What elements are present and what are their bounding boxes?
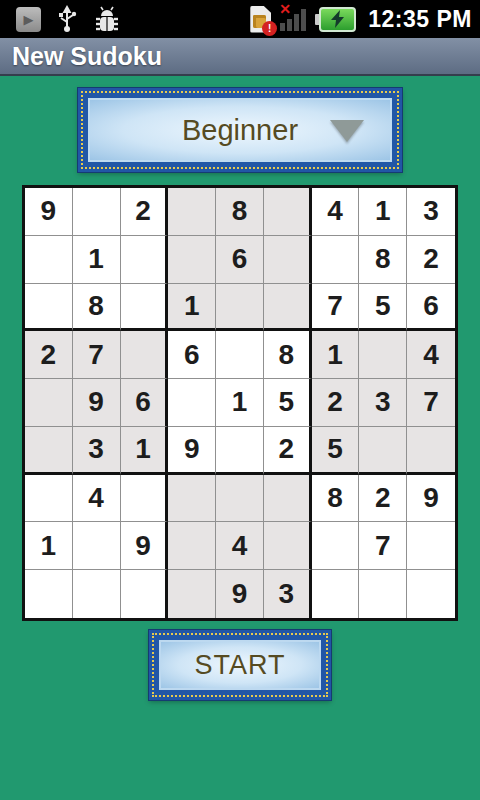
sudoku-cell-r4c4: 6: [168, 331, 216, 379]
sudoku-cell-r7c7: 8: [312, 475, 360, 523]
sudoku-cell-r8c1: 1: [25, 522, 73, 570]
sudoku-cell-r3c2: 8: [73, 284, 121, 332]
start-button[interactable]: START: [149, 630, 331, 700]
sudoku-cell-r2c4: [168, 236, 216, 284]
title-bar: New Sudoku: [0, 38, 480, 76]
sudoku-cell-r9c9: [407, 570, 455, 618]
clock-time: 12:35 PM: [368, 6, 472, 33]
sudoku-cell-r7c8: 2: [359, 475, 407, 523]
sudoku-cell-r1c9: 3: [407, 188, 455, 236]
sudoku-cell-r7c4: [168, 475, 216, 523]
sudoku-cell-r7c1: [25, 475, 73, 523]
sudoku-cell-r9c6: 3: [264, 570, 312, 618]
sudoku-cell-r3c3: [121, 284, 169, 332]
sudoku-cell-r4c6: 8: [264, 331, 312, 379]
sudoku-cell-r3c1: [25, 284, 73, 332]
sudoku-cell-r6c7: 5: [312, 427, 360, 475]
page-title: New Sudoku: [12, 42, 162, 71]
start-button-face[interactable]: START: [159, 640, 321, 690]
status-bar: ▶: [0, 0, 480, 38]
sudoku-cell-r1c3: 2: [121, 188, 169, 236]
sudoku-cell-r2c9: 2: [407, 236, 455, 284]
sudoku-cell-r9c5: 9: [216, 570, 264, 618]
sudoku-cell-r7c5: [216, 475, 264, 523]
sudoku-cell-r8c4: [168, 522, 216, 570]
difficulty-selected-value: Beginner: [182, 114, 298, 147]
difficulty-dropdown[interactable]: Beginner: [78, 88, 402, 172]
sudoku-cell-r5c2: 9: [73, 379, 121, 427]
sudoku-cell-r9c4: [168, 570, 216, 618]
sudoku-board: 9284131682817562768149615237319254829194…: [22, 185, 458, 621]
sudoku-cell-r9c3: [121, 570, 169, 618]
sudoku-cell-r2c2: 1: [73, 236, 121, 284]
sudoku-cell-r4c5: [216, 331, 264, 379]
battery-charging-icon: [315, 7, 356, 32]
usb-icon: [57, 5, 77, 33]
sudoku-cell-r3c8: 5: [359, 284, 407, 332]
sudoku-cell-r2c1: [25, 236, 73, 284]
sudoku-cell-r1c5: 8: [216, 188, 264, 236]
sudoku-cell-r1c2: [73, 188, 121, 236]
sudoku-cell-r3c4: 1: [168, 284, 216, 332]
sudoku-cell-r7c6: [264, 475, 312, 523]
sudoku-cell-r2c8: 8: [359, 236, 407, 284]
sudoku-cell-r1c6: [264, 188, 312, 236]
sudoku-cell-r5c3: 6: [121, 379, 169, 427]
sudoku-cell-r5c1: [25, 379, 73, 427]
sudoku-cell-r8c2: [73, 522, 121, 570]
sudoku-cell-r6c2: 3: [73, 427, 121, 475]
sudoku-cell-r9c1: [25, 570, 73, 618]
sudoku-cell-r5c4: [168, 379, 216, 427]
status-bar-right: ! ✕ 12:35 PM: [250, 5, 474, 33]
sudoku-cell-r3c5: [216, 284, 264, 332]
sudoku-cell-r4c3: [121, 331, 169, 379]
sim-error-badge: !: [262, 21, 277, 36]
sudoku-cell-r5c7: 2: [312, 379, 360, 427]
sudoku-cell-r6c1: [25, 427, 73, 475]
sudoku-cell-r5c5: 1: [216, 379, 264, 427]
sudoku-cell-r1c8: 1: [359, 188, 407, 236]
sudoku-cell-r8c7: [312, 522, 360, 570]
no-signal-x: ✕: [279, 1, 291, 17]
sudoku-cell-r4c1: 2: [25, 331, 73, 379]
sudoku-cell-r8c3: 9: [121, 522, 169, 570]
sudoku-cell-r4c8: [359, 331, 407, 379]
sudoku-cell-r6c5: [216, 427, 264, 475]
main-content: Beginner 9284131682817562768149615237319…: [0, 76, 480, 700]
sudoku-cell-r2c5: 6: [216, 236, 264, 284]
play-store-icon: ▶: [16, 7, 41, 32]
lightning-bolt-icon: [327, 9, 349, 29]
sudoku-cell-r7c2: 4: [73, 475, 121, 523]
sudoku-cell-r1c7: 4: [312, 188, 360, 236]
difficulty-dropdown-face[interactable]: Beginner: [88, 98, 392, 162]
sudoku-cell-r6c6: 2: [264, 427, 312, 475]
sudoku-cell-r1c1: 9: [25, 188, 73, 236]
sudoku-cell-r7c3: [121, 475, 169, 523]
sudoku-cell-r2c6: [264, 236, 312, 284]
sudoku-cell-r4c2: 7: [73, 331, 121, 379]
sudoku-cell-r9c2: [73, 570, 121, 618]
play-glyph: ▶: [24, 12, 34, 27]
app-screen: ▶: [0, 0, 480, 800]
sudoku-cell-r8c9: [407, 522, 455, 570]
sim-error-icon: !: [250, 6, 271, 33]
sudoku-cell-r2c3: [121, 236, 169, 284]
sudoku-cell-r9c7: [312, 570, 360, 618]
sudoku-cell-r4c9: 4: [407, 331, 455, 379]
sudoku-cell-r7c9: 9: [407, 475, 455, 523]
sudoku-cell-r8c8: 7: [359, 522, 407, 570]
chevron-down-icon: [330, 120, 364, 142]
sudoku-cell-r6c4: 9: [168, 427, 216, 475]
sudoku-cell-r1c4: [168, 188, 216, 236]
sudoku-cell-r4c7: 1: [312, 331, 360, 379]
sudoku-cell-r8c5: 4: [216, 522, 264, 570]
start-button-label: START: [194, 650, 285, 681]
sudoku-cell-r3c9: 6: [407, 284, 455, 332]
sudoku-cell-r3c7: 7: [312, 284, 360, 332]
sudoku-cell-r6c8: [359, 427, 407, 475]
sudoku-cell-r6c9: [407, 427, 455, 475]
sudoku-cell-r2c7: [312, 236, 360, 284]
sudoku-cell-r5c8: 3: [359, 379, 407, 427]
sudoku-cell-r9c8: [359, 570, 407, 618]
sudoku-cell-r5c9: 7: [407, 379, 455, 427]
status-bar-left: ▶: [16, 5, 121, 33]
sudoku-cell-r5c6: 5: [264, 379, 312, 427]
no-signal-icon: ✕: [279, 5, 307, 33]
sudoku-cell-r3c6: [264, 284, 312, 332]
adb-debug-icon: [93, 6, 121, 33]
sudoku-cell-r6c3: 1: [121, 427, 169, 475]
sudoku-cell-r8c6: [264, 522, 312, 570]
